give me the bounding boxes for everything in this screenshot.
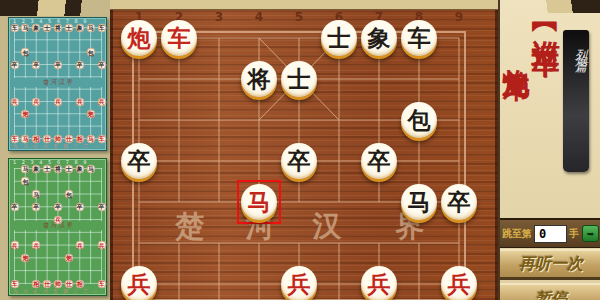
black-piece-车: 车 bbox=[401, 20, 437, 56]
mini-board-bottom-labels: 九八七六五四三二一 bbox=[13, 143, 103, 149]
mini-piece: 包 bbox=[86, 48, 95, 57]
sidebar: 【巡河车平 炮兑车局】 列炮篇 跳至第 手 ➥ 再听一次 暂停 bbox=[498, 0, 600, 300]
mini-piece: 车 bbox=[97, 279, 106, 288]
mini-piece: 卒 bbox=[97, 202, 106, 211]
mini-piece: 将 bbox=[54, 164, 63, 173]
mini-piece: 仕 bbox=[43, 134, 52, 143]
black-piece-卒: 卒 bbox=[121, 143, 157, 179]
jump-move-input[interactable] bbox=[534, 225, 567, 243]
opening-title-column-2: 炮兑车局】 bbox=[498, 47, 534, 57]
mini-piece: 卒 bbox=[75, 202, 84, 211]
mini-piece: 士 bbox=[43, 164, 52, 173]
mini-piece: 象 bbox=[75, 23, 84, 32]
mini-piece: 卒 bbox=[97, 60, 106, 69]
mini-piece: 相 bbox=[75, 279, 84, 288]
column-number: 5 bbox=[291, 10, 307, 24]
mini-piece: 马 bbox=[86, 134, 95, 143]
mini-piece: 包 bbox=[21, 177, 30, 186]
mini-piece: 马 bbox=[86, 164, 95, 173]
mini-piece: 兵 bbox=[32, 97, 41, 106]
mini-piece: 卒 bbox=[54, 60, 63, 69]
mini-piece: 帅 bbox=[54, 279, 63, 288]
mini-piece: 马 bbox=[21, 134, 30, 143]
red-piece-兵: 兵 bbox=[361, 266, 397, 300]
mini-piece: 车 bbox=[10, 134, 19, 143]
mini-piece: 马 bbox=[32, 190, 41, 199]
mini-piece: 仕 bbox=[64, 134, 73, 143]
mini-piece: 士 bbox=[43, 23, 52, 32]
mini-piece: 包 bbox=[64, 190, 73, 199]
black-piece-马: 马 bbox=[401, 184, 437, 220]
mini-piece: 车 bbox=[10, 23, 19, 32]
mini-piece: 象 bbox=[75, 164, 84, 173]
column-number: 3 bbox=[211, 10, 227, 24]
mini-piece: 象 bbox=[32, 23, 41, 32]
mini-piece: 兵 bbox=[97, 97, 106, 106]
column-number: 4 bbox=[251, 10, 267, 24]
chapter-banner: 列炮篇 bbox=[563, 30, 589, 172]
mini-piece: 相 bbox=[32, 279, 41, 288]
mini-piece: 炮 bbox=[64, 253, 73, 262]
mini-piece: 炮 bbox=[21, 109, 30, 118]
frame-corner-top-right bbox=[498, 0, 600, 13]
jump-go-button[interactable]: ➥ bbox=[582, 225, 599, 242]
mini-piece: 卒 bbox=[10, 60, 19, 69]
red-piece-马: 马 bbox=[241, 184, 277, 220]
mini-piece: 仕 bbox=[64, 279, 73, 288]
mini-piece: 卒 bbox=[75, 60, 84, 69]
mini-board-bottom-labels: 九八七六五四三二一 bbox=[13, 288, 103, 294]
mini-piece: 包 bbox=[21, 48, 30, 57]
mini-piece: 士 bbox=[64, 23, 73, 32]
main-board: 123456789 楚河汉界 炮车士象车将士包卒卒卒马马卒兵兵兵兵 bbox=[110, 0, 498, 300]
mini-piece: 兵 bbox=[75, 97, 84, 106]
mini-piece: 炮 bbox=[86, 109, 95, 118]
opening-title-column-1: 【巡河车平 bbox=[526, 13, 564, 33]
mini-piece: 马 bbox=[86, 23, 95, 32]
mini-piece: 车 bbox=[97, 134, 106, 143]
black-piece-卒: 卒 bbox=[361, 143, 397, 179]
mini-piece: 兵 bbox=[54, 97, 63, 106]
black-piece-包: 包 bbox=[401, 102, 437, 138]
mini-piece: 兵 bbox=[32, 241, 41, 250]
jump-prefix-label: 跳至第 bbox=[502, 227, 532, 241]
mini-piece: 象 bbox=[32, 164, 41, 173]
column-number: 9 bbox=[451, 10, 467, 24]
black-piece-卒: 卒 bbox=[281, 143, 317, 179]
black-piece-士: 士 bbox=[281, 61, 317, 97]
black-piece-士: 士 bbox=[321, 20, 357, 56]
mini-piece: 将 bbox=[54, 23, 63, 32]
chapter-banner-label: 列炮篇 bbox=[563, 39, 589, 57]
mini-piece: 仕 bbox=[43, 279, 52, 288]
mini-board-river-text: 楚 河 汉 界 bbox=[14, 78, 102, 87]
listen-again-button[interactable]: 再听一次 bbox=[500, 249, 600, 280]
river-character: 汉 bbox=[311, 207, 343, 247]
red-piece-兵: 兵 bbox=[281, 266, 317, 300]
mini-piece: 相 bbox=[75, 134, 84, 143]
red-piece-车: 车 bbox=[161, 20, 197, 56]
pause-button[interactable]: 暂停 bbox=[500, 283, 600, 300]
black-piece-卒: 卒 bbox=[441, 184, 477, 220]
red-piece-兵: 兵 bbox=[121, 266, 157, 300]
black-piece-将: 将 bbox=[241, 61, 277, 97]
mini-piece: 兵 bbox=[10, 241, 19, 250]
xiangqi-tutorial-app: 123456789 楚 河 汉 界 九八七六五四三二一 车马象士将士象马车包包卒… bbox=[0, 0, 600, 300]
mini-piece: 车 bbox=[97, 23, 106, 32]
mini-board-teal: 123456789 楚 河 汉 界 九八七六五四三二一 车马象士将士象马车包包卒… bbox=[8, 17, 107, 151]
mini-piece: 兵 bbox=[97, 241, 106, 250]
jump-suffix-label: 手 bbox=[569, 227, 579, 241]
mini-piece: 士 bbox=[64, 164, 73, 173]
mini-piece: 相 bbox=[32, 134, 41, 143]
mini-piece: 帅 bbox=[54, 134, 63, 143]
river-character: 楚 bbox=[174, 207, 206, 247]
mini-piece: 马 bbox=[21, 23, 30, 32]
mini-piece: 车 bbox=[10, 279, 19, 288]
mini-piece: 兵 bbox=[75, 241, 84, 250]
red-piece-炮: 炮 bbox=[121, 20, 157, 56]
frame-corner-top-left bbox=[0, 0, 112, 16]
mini-board-green: 123456789 楚 河 汉 界 九八七六五四三二一 马象士将士象马包马包卒卒… bbox=[8, 158, 107, 296]
mini-piece: 兵 bbox=[10, 97, 19, 106]
mini-piece: 炮 bbox=[21, 253, 30, 262]
red-piece-兵: 兵 bbox=[441, 266, 477, 300]
mini-piece: 卒 bbox=[32, 60, 41, 69]
jump-to-move-bar: 跳至第 手 ➥ bbox=[500, 218, 600, 248]
mini-piece: 兵 bbox=[54, 215, 63, 224]
mini-piece: 马 bbox=[21, 164, 30, 173]
mini-piece: 卒 bbox=[32, 202, 41, 211]
mini-piece: 卒 bbox=[54, 202, 63, 211]
mini-piece: 卒 bbox=[10, 202, 19, 211]
black-piece-象: 象 bbox=[361, 20, 397, 56]
reference-diagrams-column: 123456789 楚 河 汉 界 九八七六五四三二一 车马象士将士象马车包包卒… bbox=[0, 0, 110, 300]
jump-go-icon: ➥ bbox=[587, 229, 595, 239]
